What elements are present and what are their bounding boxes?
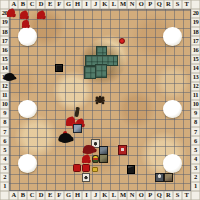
cell-S8[interactable] bbox=[173, 118, 182, 127]
token-token-k4[interactable] bbox=[99, 154, 108, 163]
token-token-i2[interactable] bbox=[82, 173, 90, 182]
cell-C13[interactable] bbox=[27, 73, 36, 82]
cell-F3[interactable] bbox=[55, 164, 64, 173]
cell-Q9[interactable] bbox=[155, 109, 164, 118]
cell-T14[interactable] bbox=[182, 64, 191, 73]
cell-N10[interactable] bbox=[127, 100, 136, 109]
cell-O12[interactable] bbox=[136, 82, 145, 91]
cell-R6[interactable] bbox=[164, 136, 173, 145]
cell-Q1[interactable] bbox=[155, 182, 164, 191]
cell-E3[interactable] bbox=[45, 164, 54, 173]
cell-Q16[interactable] bbox=[155, 45, 164, 54]
cell-N7[interactable] bbox=[127, 127, 136, 136]
cell-C14[interactable] bbox=[27, 64, 36, 73]
cell-T6[interactable] bbox=[182, 136, 191, 145]
cell-C8[interactable] bbox=[27, 118, 36, 127]
cell-E18[interactable] bbox=[45, 27, 54, 36]
pillar-B/C-17/18[interactable] bbox=[18, 27, 37, 46]
cell-I11[interactable] bbox=[82, 91, 91, 100]
cell-N12[interactable] bbox=[127, 82, 136, 91]
token-red-token-h3[interactable] bbox=[73, 164, 81, 172]
cell-L1[interactable] bbox=[109, 182, 118, 191]
cell-P10[interactable] bbox=[145, 100, 154, 109]
cell-L10[interactable] bbox=[109, 100, 118, 109]
cell-N18[interactable] bbox=[127, 27, 136, 36]
cell-O18[interactable] bbox=[136, 27, 145, 36]
cell-S12[interactable] bbox=[173, 82, 182, 91]
cell-O2[interactable] bbox=[136, 173, 145, 182]
cell-A12[interactable] bbox=[9, 82, 18, 91]
cell-L3[interactable] bbox=[109, 164, 118, 173]
cell-M10[interactable] bbox=[118, 100, 127, 109]
cell-N8[interactable] bbox=[127, 118, 136, 127]
token-spider-figure[interactable] bbox=[97, 97, 103, 103]
cell-O8[interactable] bbox=[136, 118, 145, 127]
cell-A19[interactable] bbox=[9, 18, 18, 27]
cell-E13[interactable] bbox=[45, 73, 54, 82]
token-black-splat-f6[interactable] bbox=[59, 133, 72, 143]
cell-K12[interactable] bbox=[100, 82, 109, 91]
cell-M13[interactable] bbox=[118, 73, 127, 82]
cell-H14[interactable] bbox=[73, 64, 82, 73]
cell-P5[interactable] bbox=[145, 145, 154, 154]
token-token-n3[interactable] bbox=[127, 165, 135, 174]
cell-M7[interactable] bbox=[118, 127, 127, 136]
cell-B13[interactable] bbox=[18, 73, 27, 82]
cell-P1[interactable] bbox=[145, 182, 154, 191]
cell-I7[interactable] bbox=[82, 127, 91, 136]
cell-L16[interactable] bbox=[109, 45, 118, 54]
cell-T15[interactable] bbox=[182, 55, 191, 64]
cell-G20[interactable] bbox=[64, 9, 73, 18]
cell-F11[interactable] bbox=[55, 91, 64, 100]
cell-E8[interactable] bbox=[45, 118, 54, 127]
cell-P9[interactable] bbox=[145, 109, 154, 118]
cell-H19[interactable] bbox=[73, 18, 82, 27]
cell-F15[interactable] bbox=[55, 55, 64, 64]
cell-C7[interactable] bbox=[27, 127, 36, 136]
cell-E17[interactable] bbox=[45, 36, 54, 45]
cell-S7[interactable] bbox=[173, 127, 182, 136]
cell-A9[interactable] bbox=[9, 109, 18, 118]
cell-T2[interactable] bbox=[182, 173, 191, 182]
cell-S6[interactable] bbox=[173, 136, 182, 145]
cell-E5[interactable] bbox=[45, 145, 54, 154]
cell-D17[interactable] bbox=[36, 36, 45, 45]
cell-L6[interactable] bbox=[109, 136, 118, 145]
cell-B15[interactable] bbox=[18, 55, 27, 64]
cell-E16[interactable] bbox=[45, 45, 54, 54]
cell-Q8[interactable] bbox=[155, 118, 164, 127]
cell-R13[interactable] bbox=[164, 73, 173, 82]
cell-M19[interactable] bbox=[118, 18, 127, 27]
cell-L11[interactable] bbox=[109, 91, 118, 100]
cell-S15[interactable] bbox=[173, 55, 182, 64]
cell-P12[interactable] bbox=[145, 82, 154, 91]
cell-D2[interactable] bbox=[36, 173, 45, 182]
cell-N1[interactable] bbox=[127, 182, 136, 191]
cell-H4[interactable] bbox=[73, 155, 82, 164]
cell-Q12[interactable] bbox=[155, 82, 164, 91]
cell-H2[interactable] bbox=[73, 173, 82, 182]
cell-R8[interactable] bbox=[164, 118, 173, 127]
cell-P2[interactable] bbox=[145, 173, 154, 182]
cell-D7[interactable] bbox=[36, 127, 45, 136]
cell-S20[interactable] bbox=[173, 9, 182, 18]
cell-O16[interactable] bbox=[136, 45, 145, 54]
cell-E14[interactable] bbox=[45, 64, 54, 73]
cell-I17[interactable] bbox=[82, 36, 91, 45]
cell-K1[interactable] bbox=[100, 182, 109, 191]
cell-Q19[interactable] bbox=[155, 18, 164, 27]
cell-H12[interactable] bbox=[73, 82, 82, 91]
cell-D3[interactable] bbox=[36, 164, 45, 173]
cell-N11[interactable] bbox=[127, 91, 136, 100]
token-blood-splat-i5[interactable] bbox=[83, 145, 95, 154]
cell-H6[interactable] bbox=[73, 136, 82, 145]
cell-C12[interactable] bbox=[27, 82, 36, 91]
cell-K2[interactable] bbox=[100, 173, 109, 182]
cell-M11[interactable] bbox=[118, 91, 127, 100]
token-blood-splat-b19[interactable] bbox=[22, 20, 30, 28]
cell-T19[interactable] bbox=[182, 18, 191, 27]
pillar-B/C-3/4[interactable] bbox=[18, 154, 37, 173]
cell-L9[interactable] bbox=[109, 109, 118, 118]
cell-T12[interactable] bbox=[182, 82, 191, 91]
cell-E1[interactable] bbox=[45, 182, 54, 191]
cell-A4[interactable] bbox=[9, 155, 18, 164]
cell-Q11[interactable] bbox=[155, 91, 164, 100]
cell-I16[interactable] bbox=[82, 45, 91, 54]
cell-T8[interactable] bbox=[182, 118, 191, 127]
cell-B12[interactable] bbox=[18, 82, 27, 91]
cell-T9[interactable] bbox=[182, 109, 191, 118]
cell-M1[interactable] bbox=[118, 182, 127, 191]
cell-A11[interactable] bbox=[9, 91, 18, 100]
cell-N16[interactable] bbox=[127, 45, 136, 54]
cell-C5[interactable] bbox=[27, 145, 36, 154]
cell-F8[interactable] bbox=[55, 118, 64, 127]
token-blood-splat-d20[interactable] bbox=[37, 11, 45, 19]
cell-H13[interactable] bbox=[73, 73, 82, 82]
cell-Q3[interactable] bbox=[155, 164, 164, 173]
cell-N17[interactable] bbox=[127, 36, 136, 45]
cell-B8[interactable] bbox=[18, 118, 27, 127]
cell-I10[interactable] bbox=[82, 100, 91, 109]
cell-R15[interactable] bbox=[164, 55, 173, 64]
cell-H20[interactable] bbox=[73, 9, 82, 18]
cell-M18[interactable] bbox=[118, 27, 127, 36]
cell-J12[interactable] bbox=[91, 82, 100, 91]
cell-Q4[interactable] bbox=[155, 155, 164, 164]
cell-A15[interactable] bbox=[9, 55, 18, 64]
cell-N15[interactable] bbox=[127, 55, 136, 64]
cell-C15[interactable] bbox=[27, 55, 36, 64]
cell-L12[interactable] bbox=[109, 82, 118, 91]
token-token-h7[interactable] bbox=[73, 124, 82, 134]
cell-M9[interactable] bbox=[118, 109, 127, 118]
cell-S16[interactable] bbox=[173, 45, 182, 54]
cell-A1[interactable] bbox=[9, 182, 18, 191]
cell-I12[interactable] bbox=[82, 82, 91, 91]
cell-M3[interactable] bbox=[118, 164, 127, 173]
cell-N2[interactable] bbox=[127, 173, 136, 182]
cell-O1[interactable] bbox=[136, 182, 145, 191]
cell-M2[interactable] bbox=[118, 173, 127, 182]
cell-A2[interactable] bbox=[9, 173, 18, 182]
cell-K18[interactable] bbox=[100, 27, 109, 36]
cell-O7[interactable] bbox=[136, 127, 145, 136]
cell-J17[interactable] bbox=[91, 36, 100, 45]
cell-M15[interactable] bbox=[118, 55, 127, 64]
cell-H5[interactable] bbox=[73, 145, 82, 154]
cell-D11[interactable] bbox=[36, 91, 45, 100]
cell-C1[interactable] bbox=[27, 182, 36, 191]
cell-D4[interactable] bbox=[36, 155, 45, 164]
cell-B5[interactable] bbox=[18, 145, 27, 154]
token-figure-j4[interactable] bbox=[92, 155, 99, 163]
cell-Q15[interactable] bbox=[155, 55, 164, 64]
cell-A5[interactable] bbox=[9, 145, 18, 154]
cell-O19[interactable] bbox=[136, 18, 145, 27]
cell-F9[interactable] bbox=[55, 109, 64, 118]
cell-L2[interactable] bbox=[109, 173, 118, 182]
cell-D12[interactable] bbox=[36, 82, 45, 91]
cell-J1[interactable] bbox=[91, 182, 100, 191]
cell-Q18[interactable] bbox=[155, 27, 164, 36]
cell-S14[interactable] bbox=[173, 64, 182, 73]
cell-R5[interactable] bbox=[164, 145, 173, 154]
cell-R7[interactable] bbox=[164, 127, 173, 136]
cell-D13[interactable] bbox=[36, 73, 45, 82]
cell-J19[interactable] bbox=[91, 18, 100, 27]
cell-K19[interactable] bbox=[100, 18, 109, 27]
cell-G3[interactable] bbox=[64, 164, 73, 173]
cell-G10[interactable] bbox=[64, 100, 73, 109]
cell-E11[interactable] bbox=[45, 91, 54, 100]
cell-H17[interactable] bbox=[73, 36, 82, 45]
cell-P11[interactable] bbox=[145, 91, 154, 100]
cell-R12[interactable] bbox=[164, 82, 173, 91]
cell-E6[interactable] bbox=[45, 136, 54, 145]
cell-R19[interactable] bbox=[164, 18, 173, 27]
cell-D16[interactable] bbox=[36, 45, 45, 54]
cell-J2[interactable] bbox=[91, 173, 100, 182]
cell-Q7[interactable] bbox=[155, 127, 164, 136]
cell-N19[interactable] bbox=[127, 18, 136, 27]
cell-N4[interactable] bbox=[127, 155, 136, 164]
cell-L13[interactable] bbox=[109, 73, 118, 82]
cell-D19[interactable] bbox=[36, 18, 45, 27]
cell-B7[interactable] bbox=[18, 127, 27, 136]
cell-H16[interactable] bbox=[73, 45, 82, 54]
cell-M4[interactable] bbox=[118, 155, 127, 164]
cell-A3[interactable] bbox=[9, 164, 18, 173]
cell-C16[interactable] bbox=[27, 45, 36, 54]
cell-N13[interactable] bbox=[127, 73, 136, 82]
cell-R11[interactable] bbox=[164, 91, 173, 100]
pillar-B/C-9/10[interactable] bbox=[18, 100, 37, 119]
cell-S5[interactable] bbox=[173, 145, 182, 154]
cell-A17[interactable] bbox=[9, 36, 18, 45]
cell-C6[interactable] bbox=[27, 136, 36, 145]
cell-F17[interactable] bbox=[55, 36, 64, 45]
cell-F10[interactable] bbox=[55, 100, 64, 109]
cell-Q13[interactable] bbox=[155, 73, 164, 82]
cell-E9[interactable] bbox=[45, 109, 54, 118]
cell-B14[interactable] bbox=[18, 64, 27, 73]
cell-G16[interactable] bbox=[64, 45, 73, 54]
cell-D6[interactable] bbox=[36, 136, 45, 145]
cell-P15[interactable] bbox=[145, 55, 154, 64]
cell-B1[interactable] bbox=[18, 182, 27, 191]
cell-O9[interactable] bbox=[136, 109, 145, 118]
cell-H18[interactable] bbox=[73, 27, 82, 36]
cell-A14[interactable] bbox=[9, 64, 18, 73]
cell-F4[interactable] bbox=[55, 155, 64, 164]
cell-K9[interactable] bbox=[100, 109, 109, 118]
cell-F13[interactable] bbox=[55, 73, 64, 82]
cell-E19[interactable] bbox=[45, 18, 54, 27]
cell-E7[interactable] bbox=[45, 127, 54, 136]
cell-S19[interactable] bbox=[173, 18, 182, 27]
cell-L17[interactable] bbox=[109, 36, 118, 45]
cell-G1[interactable] bbox=[64, 182, 73, 191]
cell-M14[interactable] bbox=[118, 64, 127, 73]
cell-O10[interactable] bbox=[136, 100, 145, 109]
cell-G15[interactable] bbox=[64, 55, 73, 64]
cell-T17[interactable] bbox=[182, 36, 191, 45]
cell-Q6[interactable] bbox=[155, 136, 164, 145]
cell-N9[interactable] bbox=[127, 109, 136, 118]
cell-G11[interactable] bbox=[64, 91, 73, 100]
cell-K7[interactable] bbox=[100, 127, 109, 136]
cell-J8[interactable] bbox=[91, 118, 100, 127]
cell-Q10[interactable] bbox=[155, 100, 164, 109]
cell-P16[interactable] bbox=[145, 45, 154, 54]
cell-P14[interactable] bbox=[145, 64, 154, 73]
cell-S11[interactable] bbox=[173, 91, 182, 100]
cell-T11[interactable] bbox=[182, 91, 191, 100]
cell-K6[interactable] bbox=[100, 136, 109, 145]
cell-K8[interactable] bbox=[100, 118, 109, 127]
cell-P17[interactable] bbox=[145, 36, 154, 45]
cell-I20[interactable] bbox=[82, 9, 91, 18]
cell-L5[interactable] bbox=[109, 145, 118, 154]
cell-F16[interactable] bbox=[55, 45, 64, 54]
cell-B6[interactable] bbox=[18, 136, 27, 145]
cell-A18[interactable] bbox=[9, 27, 18, 36]
cell-A10[interactable] bbox=[9, 100, 18, 109]
cell-P13[interactable] bbox=[145, 73, 154, 82]
cell-L4[interactable] bbox=[109, 155, 118, 164]
cell-F2[interactable] bbox=[55, 173, 64, 182]
cell-G4[interactable] bbox=[64, 155, 73, 164]
cell-I18[interactable] bbox=[82, 27, 91, 36]
cell-H11[interactable] bbox=[73, 91, 82, 100]
cell-J20[interactable] bbox=[91, 9, 100, 18]
cell-O4[interactable] bbox=[136, 155, 145, 164]
cell-H1[interactable] bbox=[73, 182, 82, 191]
cell-J18[interactable] bbox=[91, 27, 100, 36]
cell-N5[interactable] bbox=[127, 145, 136, 154]
cell-A7[interactable] bbox=[9, 127, 18, 136]
cell-T5[interactable] bbox=[182, 145, 191, 154]
cell-D9[interactable] bbox=[36, 109, 45, 118]
cell-M12[interactable] bbox=[118, 82, 127, 91]
cell-P20[interactable] bbox=[145, 9, 154, 18]
token-token-r2[interactable] bbox=[164, 173, 173, 182]
cell-N6[interactable] bbox=[127, 136, 136, 145]
token-token-q2[interactable] bbox=[155, 173, 164, 182]
cell-Q5[interactable] bbox=[155, 145, 164, 154]
cell-S2[interactable] bbox=[173, 173, 182, 182]
cell-F19[interactable] bbox=[55, 18, 64, 27]
cell-M16[interactable] bbox=[118, 45, 127, 54]
cell-T10[interactable] bbox=[182, 100, 191, 109]
cell-Q17[interactable] bbox=[155, 36, 164, 45]
cell-R14[interactable] bbox=[164, 64, 173, 73]
cell-D1[interactable] bbox=[36, 182, 45, 191]
cell-T18[interactable] bbox=[182, 27, 191, 36]
cell-G12[interactable] bbox=[64, 82, 73, 91]
cell-G5[interactable] bbox=[64, 145, 73, 154]
cell-F5[interactable] bbox=[55, 145, 64, 154]
cell-M20[interactable] bbox=[118, 9, 127, 18]
cell-M6[interactable] bbox=[118, 136, 127, 145]
cell-G18[interactable] bbox=[64, 27, 73, 36]
cell-C20[interactable] bbox=[27, 9, 36, 18]
cell-F20[interactable] bbox=[55, 9, 64, 18]
cell-O17[interactable] bbox=[136, 36, 145, 45]
cell-O6[interactable] bbox=[136, 136, 145, 145]
cell-D10[interactable] bbox=[36, 100, 45, 109]
cell-K17[interactable] bbox=[100, 36, 109, 45]
pillar-R/S-17/18[interactable] bbox=[163, 27, 182, 46]
cell-A6[interactable] bbox=[9, 136, 18, 145]
cell-E12[interactable] bbox=[45, 82, 54, 91]
cell-K3[interactable] bbox=[100, 164, 109, 173]
cell-D18[interactable] bbox=[36, 27, 45, 36]
cell-P7[interactable] bbox=[145, 127, 154, 136]
cell-N14[interactable] bbox=[127, 64, 136, 73]
cell-P19[interactable] bbox=[145, 18, 154, 27]
cell-S13[interactable] bbox=[173, 73, 182, 82]
token-token-m5[interactable] bbox=[118, 145, 127, 155]
cell-L20[interactable] bbox=[109, 9, 118, 18]
token-black-marker-f14[interactable] bbox=[55, 64, 63, 72]
cell-C11[interactable] bbox=[27, 91, 36, 100]
cell-B16[interactable] bbox=[18, 45, 27, 54]
cell-G13[interactable] bbox=[64, 73, 73, 82]
cell-E4[interactable] bbox=[45, 155, 54, 164]
cell-T13[interactable] bbox=[182, 73, 191, 82]
cell-I19[interactable] bbox=[82, 18, 91, 27]
cell-P3[interactable] bbox=[145, 164, 154, 173]
token-red-token-i3[interactable] bbox=[82, 164, 90, 172]
cell-T16[interactable] bbox=[182, 45, 191, 54]
cell-O5[interactable] bbox=[136, 145, 145, 154]
cell-P4[interactable] bbox=[145, 155, 154, 164]
cell-D14[interactable] bbox=[36, 64, 45, 73]
cell-L18[interactable] bbox=[109, 27, 118, 36]
cell-E15[interactable] bbox=[45, 55, 54, 64]
pillar-R/S-3/4[interactable] bbox=[163, 154, 182, 173]
cell-G2[interactable] bbox=[64, 173, 73, 182]
cell-O15[interactable] bbox=[136, 55, 145, 64]
cell-N20[interactable] bbox=[127, 9, 136, 18]
cell-O20[interactable] bbox=[136, 9, 145, 18]
